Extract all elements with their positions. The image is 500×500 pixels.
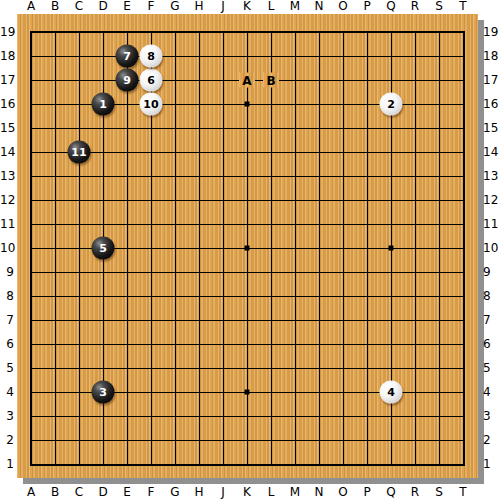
coord-label-left-1: 1 xyxy=(0,457,14,471)
coord-label-left-19: 19 xyxy=(0,25,14,39)
coord-label-bottom-N: N xyxy=(309,485,329,499)
coord-label-top-Q: Q xyxy=(381,0,401,13)
coord-label-left-9: 9 xyxy=(0,265,14,279)
stone-move-number: 6 xyxy=(147,75,155,86)
coord-label-bottom-C: C xyxy=(69,485,89,499)
coord-label-bottom-F: F xyxy=(141,485,161,499)
stone-black-move-1: 1 xyxy=(92,93,115,116)
coord-label-bottom-S: S xyxy=(429,485,449,499)
go-diagram-stage: AB1234567891011 AABBCCDDEEFFGGHHJJKKLLMM… xyxy=(0,0,500,500)
coord-label-left-2: 2 xyxy=(0,433,14,447)
star-point xyxy=(245,390,250,395)
coord-label-top-T: T xyxy=(453,0,473,13)
stone-white-move-6: 6 xyxy=(140,69,163,92)
stone-black-move-5: 5 xyxy=(92,237,115,260)
stone-move-number: 11 xyxy=(71,147,86,158)
coord-label-bottom-Q: Q xyxy=(381,485,401,499)
coord-label-right-6: 6 xyxy=(483,337,499,351)
coord-label-right-13: 13 xyxy=(483,169,499,183)
coord-label-right-4: 4 xyxy=(483,385,499,399)
coord-label-right-3: 3 xyxy=(483,409,499,423)
coord-label-bottom-H: H xyxy=(189,485,209,499)
stone-black-move-3: 3 xyxy=(92,381,115,404)
coord-label-left-14: 14 xyxy=(0,145,14,159)
stone-white-move-2: 2 xyxy=(380,93,403,116)
coord-label-right-11: 11 xyxy=(483,217,499,231)
coord-label-bottom-A: A xyxy=(21,485,41,499)
coord-label-bottom-L: L xyxy=(261,485,281,499)
coord-label-top-B: B xyxy=(45,0,65,13)
coord-label-left-12: 12 xyxy=(0,193,14,207)
coord-label-bottom-D: D xyxy=(93,485,113,499)
coord-label-right-9: 9 xyxy=(483,265,499,279)
stone-move-number: 10 xyxy=(143,99,158,110)
coord-label-left-16: 16 xyxy=(0,97,14,111)
coord-label-left-18: 18 xyxy=(0,49,14,63)
star-point xyxy=(245,246,250,251)
coord-label-top-D: D xyxy=(93,0,113,13)
coord-label-bottom-O: O xyxy=(333,485,353,499)
coord-label-left-15: 15 xyxy=(0,121,14,135)
coord-label-left-8: 8 xyxy=(0,289,14,303)
coord-label-left-7: 7 xyxy=(0,313,14,327)
coord-label-left-13: 13 xyxy=(0,169,14,183)
coord-label-top-A: A xyxy=(21,0,41,13)
coord-label-top-S: S xyxy=(429,0,449,13)
coord-label-top-E: E xyxy=(117,0,137,13)
coord-label-right-7: 7 xyxy=(483,313,499,327)
stone-move-number: 1 xyxy=(99,99,107,110)
coord-label-top-R: R xyxy=(405,0,425,13)
coord-label-top-M: M xyxy=(285,0,305,13)
coord-label-right-1: 1 xyxy=(483,457,499,471)
stone-move-number: 3 xyxy=(99,387,107,398)
coord-label-bottom-M: M xyxy=(285,485,305,499)
coord-label-left-4: 4 xyxy=(0,385,14,399)
stone-move-number: 5 xyxy=(99,243,107,254)
stone-move-number: 8 xyxy=(147,51,155,62)
coord-label-bottom-R: R xyxy=(405,485,425,499)
point-label-A: A xyxy=(239,73,255,88)
coord-label-left-3: 3 xyxy=(0,409,14,423)
coord-label-left-6: 6 xyxy=(0,337,14,351)
stone-black-move-7: 7 xyxy=(116,45,139,68)
coord-label-right-18: 18 xyxy=(483,49,499,63)
stone-white-move-8: 8 xyxy=(140,45,163,68)
stone-move-number: 7 xyxy=(123,51,131,62)
coord-label-top-J: J xyxy=(213,0,233,13)
coord-label-right-19: 19 xyxy=(483,25,499,39)
stone-move-number: 4 xyxy=(387,387,395,398)
coord-label-top-C: C xyxy=(69,0,89,13)
coord-label-bottom-P: P xyxy=(357,485,377,499)
coord-label-bottom-J: J xyxy=(213,485,233,499)
coord-label-top-O: O xyxy=(333,0,353,13)
point-label-B: B xyxy=(263,73,279,88)
coord-label-right-8: 8 xyxy=(483,289,499,303)
stone-white-move-10: 10 xyxy=(140,93,163,116)
coord-label-bottom-T: T xyxy=(453,485,473,499)
star-point xyxy=(389,246,394,251)
coord-label-top-K: K xyxy=(237,0,257,13)
coord-label-top-H: H xyxy=(189,0,209,13)
coord-label-left-5: 5 xyxy=(0,361,14,375)
coord-label-top-P: P xyxy=(357,0,377,13)
coord-label-right-15: 15 xyxy=(483,121,499,135)
coord-label-left-17: 17 xyxy=(0,73,14,87)
coord-label-top-N: N xyxy=(309,0,329,13)
coord-label-bottom-K: K xyxy=(237,485,257,499)
coord-label-right-10: 10 xyxy=(483,241,499,255)
stone-black-move-11: 11 xyxy=(68,141,91,164)
coord-label-right-16: 16 xyxy=(483,97,499,111)
coord-label-top-G: G xyxy=(165,0,185,13)
stone-move-number: 2 xyxy=(387,99,395,110)
stone-white-move-4: 4 xyxy=(380,381,403,404)
coord-label-right-17: 17 xyxy=(483,73,499,87)
stone-move-number: 9 xyxy=(123,75,131,86)
coord-label-right-5: 5 xyxy=(483,361,499,375)
coord-label-bottom-B: B xyxy=(45,485,65,499)
coord-label-top-L: L xyxy=(261,0,281,13)
coord-label-right-14: 14 xyxy=(483,145,499,159)
coord-label-top-F: F xyxy=(141,0,161,13)
go-board[interactable]: AB1234567891011 xyxy=(17,14,478,478)
coord-label-right-12: 12 xyxy=(483,193,499,207)
stone-black-move-9: 9 xyxy=(116,69,139,92)
coord-label-bottom-G: G xyxy=(165,485,185,499)
coord-label-right-2: 2 xyxy=(483,433,499,447)
coord-label-left-10: 10 xyxy=(0,241,14,255)
coord-label-bottom-E: E xyxy=(117,485,137,499)
coord-label-left-11: 11 xyxy=(0,217,14,231)
star-point xyxy=(245,102,250,107)
